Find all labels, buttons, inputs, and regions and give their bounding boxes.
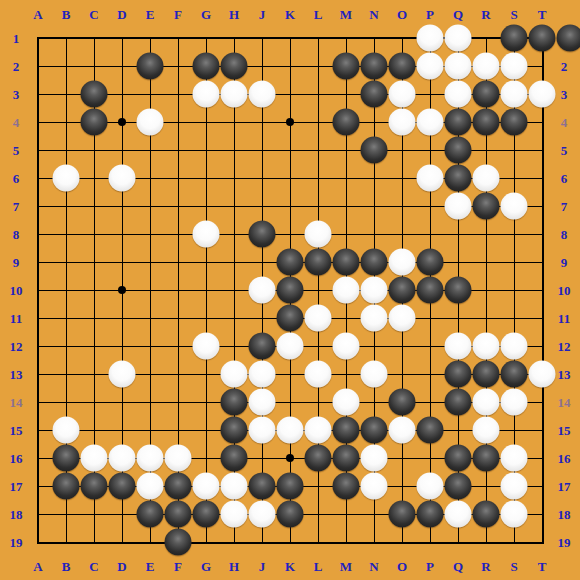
stone-white: [445, 25, 472, 52]
stone-white: [473, 165, 500, 192]
stone-black: [389, 501, 416, 528]
stone-white: [501, 193, 528, 220]
stone-black: [109, 473, 136, 500]
stone-black: [361, 137, 388, 164]
stone-black: [417, 277, 444, 304]
coordinate-label: 8: [13, 228, 20, 241]
coordinate-label: O: [397, 560, 407, 573]
stone-black: [361, 417, 388, 444]
stone-black: [445, 277, 472, 304]
stone-white: [389, 249, 416, 276]
stone-black: [445, 137, 472, 164]
coordinate-label: C: [89, 560, 98, 573]
coordinate-label: S: [510, 8, 517, 21]
stone-white: [389, 305, 416, 332]
stone-black: [81, 109, 108, 136]
stone-black: [333, 53, 360, 80]
stone-black: [445, 445, 472, 472]
coordinate-label: G: [201, 8, 211, 21]
stone-black: [445, 109, 472, 136]
stone-black: [137, 501, 164, 528]
stone-black: [501, 25, 528, 52]
stone-white: [333, 389, 360, 416]
coordinate-label: K: [285, 560, 295, 573]
coordinate-label: 7: [561, 200, 568, 213]
stone-white: [333, 277, 360, 304]
coordinate-label: A: [33, 8, 42, 21]
coordinate-label: 15: [10, 424, 23, 437]
stone-white: [193, 221, 220, 248]
stone-white: [417, 473, 444, 500]
coordinate-label: 16: [558, 452, 571, 465]
coordinate-label: A: [33, 560, 42, 573]
coordinate-label: R: [481, 8, 490, 21]
stone-black: [165, 473, 192, 500]
stone-black: [417, 249, 444, 276]
stone-black: [389, 389, 416, 416]
coordinate-label: J: [259, 8, 266, 21]
stone-white: [193, 473, 220, 500]
star-point: [286, 454, 294, 462]
stone-white: [165, 445, 192, 472]
coordinate-label: 8: [561, 228, 568, 241]
stone-black: [333, 249, 360, 276]
stone-white: [501, 333, 528, 360]
stone-black: [501, 361, 528, 388]
coordinate-label: 16: [10, 452, 23, 465]
stone-white: [53, 417, 80, 444]
stone-black: [333, 417, 360, 444]
stone-black: [53, 445, 80, 472]
coordinate-label: D: [117, 8, 126, 21]
stone-white: [361, 361, 388, 388]
stone-white: [277, 417, 304, 444]
coordinate-label: 9: [13, 256, 20, 269]
stone-white: [529, 81, 556, 108]
stone-black: [249, 221, 276, 248]
coordinate-label: 1: [13, 32, 20, 45]
coordinate-label: 2: [561, 60, 568, 73]
stone-black: [137, 53, 164, 80]
coordinate-label: Q: [453, 8, 463, 21]
stone-black: [305, 445, 332, 472]
coordinate-label: G: [201, 560, 211, 573]
coordinate-label: 9: [561, 256, 568, 269]
stone-black: [417, 417, 444, 444]
coordinate-label: K: [285, 8, 295, 21]
stone-black: [473, 445, 500, 472]
coordinate-label: 18: [10, 508, 23, 521]
stone-black: [277, 473, 304, 500]
stone-white: [473, 389, 500, 416]
coordinate-label: E: [146, 560, 155, 573]
coordinate-label: 12: [558, 340, 571, 353]
coordinate-label: 11: [558, 312, 570, 325]
coordinate-label: 10: [558, 284, 571, 297]
stone-white: [445, 81, 472, 108]
stone-black: [333, 445, 360, 472]
stone-white: [473, 53, 500, 80]
coordinate-label: P: [426, 8, 434, 21]
stone-black: [361, 81, 388, 108]
coordinate-label: 6: [561, 172, 568, 185]
stone-black: [277, 501, 304, 528]
coordinate-label: T: [538, 560, 547, 573]
coordinate-label: O: [397, 8, 407, 21]
coordinate-label: 19: [558, 536, 571, 549]
star-point: [118, 118, 126, 126]
coordinate-label: 11: [10, 312, 22, 325]
stone-white: [249, 417, 276, 444]
stone-black: [305, 249, 332, 276]
stone-white: [501, 389, 528, 416]
stone-white: [249, 389, 276, 416]
stone-black: [473, 81, 500, 108]
coordinate-label: 12: [10, 340, 23, 353]
stone-white: [137, 109, 164, 136]
star-point: [286, 118, 294, 126]
stone-white: [109, 361, 136, 388]
coordinate-label: T: [538, 8, 547, 21]
stone-black: [53, 473, 80, 500]
stone-white: [389, 109, 416, 136]
coordinate-label: Q: [453, 560, 463, 573]
coordinate-label: L: [314, 560, 323, 573]
stone-white: [221, 501, 248, 528]
stone-black: [473, 501, 500, 528]
coordinate-label: N: [369, 8, 378, 21]
coordinate-label: S: [510, 560, 517, 573]
stone-white: [193, 333, 220, 360]
stone-white: [501, 501, 528, 528]
stone-black: [501, 109, 528, 136]
stone-black: [445, 473, 472, 500]
stone-black: [193, 53, 220, 80]
stone-white: [501, 53, 528, 80]
stone-white: [305, 221, 332, 248]
stone-black: [389, 53, 416, 80]
stone-black: [333, 109, 360, 136]
stone-white: [53, 165, 80, 192]
stone-white: [445, 501, 472, 528]
stone-white: [417, 165, 444, 192]
stone-black: [361, 53, 388, 80]
star-point: [118, 286, 126, 294]
coordinate-label: R: [481, 560, 490, 573]
coordinate-label: C: [89, 8, 98, 21]
stone-white: [137, 473, 164, 500]
coordinate-label: 4: [13, 116, 20, 129]
coordinate-label: F: [174, 560, 182, 573]
stone-white: [249, 501, 276, 528]
coordinate-label: H: [229, 8, 239, 21]
stone-black: [445, 165, 472, 192]
coordinate-label: E: [146, 8, 155, 21]
stone-black: [361, 249, 388, 276]
goban[interactable]: ABCDEFGHJKLMNOPQRST ABCDEFGHJKLMNOPQRST …: [0, 0, 580, 580]
coordinate-label: 17: [558, 480, 571, 493]
stone-black: [81, 473, 108, 500]
coordinate-label: F: [174, 8, 182, 21]
coordinate-label: 17: [10, 480, 23, 493]
stone-white: [109, 165, 136, 192]
stone-black: [473, 193, 500, 220]
coordinate-label: 3: [561, 88, 568, 101]
stone-black: [277, 249, 304, 276]
coordinate-label: 13: [558, 368, 571, 381]
coordinate-label: 7: [13, 200, 20, 213]
coordinate-label: 15: [558, 424, 571, 437]
coordinate-label: H: [229, 560, 239, 573]
stone-white: [389, 81, 416, 108]
coordinate-label: J: [259, 560, 266, 573]
stone-white: [361, 473, 388, 500]
stone-white: [389, 417, 416, 444]
stone-white: [137, 445, 164, 472]
stone-white: [277, 333, 304, 360]
coordinate-label: B: [62, 560, 71, 573]
stone-white: [417, 53, 444, 80]
coordinate-label: 10: [10, 284, 23, 297]
coordinate-label: 2: [13, 60, 20, 73]
stone-black: [81, 81, 108, 108]
coordinate-label: 18: [558, 508, 571, 521]
coordinate-label: L: [314, 8, 323, 21]
stone-white: [221, 361, 248, 388]
stone-white: [445, 333, 472, 360]
stone-white: [445, 193, 472, 220]
stone-black: [277, 305, 304, 332]
stone-black: [557, 25, 580, 52]
stone-white: [221, 81, 248, 108]
stone-black: [221, 53, 248, 80]
stone-white: [305, 361, 332, 388]
stone-black: [473, 109, 500, 136]
stone-white: [249, 277, 276, 304]
stone-black: [333, 473, 360, 500]
stone-white: [305, 305, 332, 332]
stone-white: [529, 361, 556, 388]
stone-white: [417, 109, 444, 136]
stone-white: [473, 333, 500, 360]
coordinate-label: 4: [561, 116, 568, 129]
coordinate-label: P: [426, 560, 434, 573]
coordinate-label: 6: [13, 172, 20, 185]
coordinate-label: 14: [558, 396, 571, 409]
stone-white: [361, 277, 388, 304]
coordinate-label: B: [62, 8, 71, 21]
stone-white: [417, 25, 444, 52]
stone-black: [249, 333, 276, 360]
stone-black: [221, 389, 248, 416]
stone-black: [221, 417, 248, 444]
stone-black: [445, 361, 472, 388]
coordinate-label: D: [117, 560, 126, 573]
stone-white: [109, 445, 136, 472]
coordinate-label: 13: [10, 368, 23, 381]
stone-black: [249, 473, 276, 500]
stone-black: [473, 361, 500, 388]
stone-black: [529, 25, 556, 52]
stone-white: [249, 361, 276, 388]
stone-black: [193, 501, 220, 528]
stone-white: [361, 445, 388, 472]
stone-black: [165, 529, 192, 556]
coordinate-label: 14: [10, 396, 23, 409]
coordinate-label: N: [369, 560, 378, 573]
stone-white: [473, 417, 500, 444]
stone-white: [249, 81, 276, 108]
coordinate-label: 3: [13, 88, 20, 101]
stone-white: [501, 81, 528, 108]
stone-white: [501, 445, 528, 472]
stone-white: [193, 81, 220, 108]
coordinate-label: M: [340, 560, 352, 573]
stone-white: [221, 473, 248, 500]
stone-black: [389, 277, 416, 304]
stone-white: [501, 473, 528, 500]
stone-black: [445, 389, 472, 416]
stone-black: [277, 277, 304, 304]
stone-black: [417, 501, 444, 528]
coordinate-label: 5: [561, 144, 568, 157]
coordinate-label: M: [340, 8, 352, 21]
stone-white: [361, 305, 388, 332]
stone-black: [221, 445, 248, 472]
coordinate-label: 5: [13, 144, 20, 157]
coordinate-label: 19: [10, 536, 23, 549]
stone-black: [165, 501, 192, 528]
stone-white: [305, 417, 332, 444]
stone-white: [333, 333, 360, 360]
stone-white: [81, 445, 108, 472]
stone-white: [445, 53, 472, 80]
